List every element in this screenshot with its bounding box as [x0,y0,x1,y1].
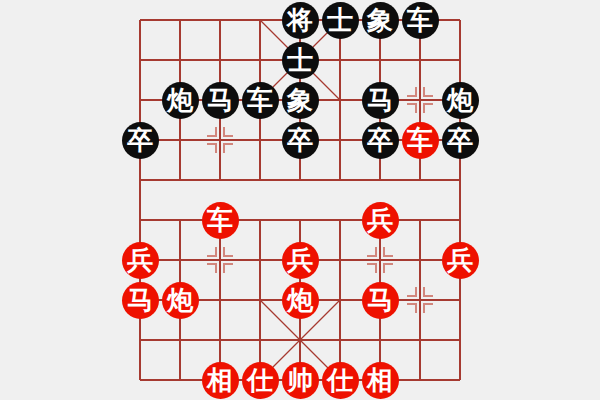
board-point-r2c2[interactable]: 马 [200,80,240,120]
board-point-r4c5[interactable] [320,160,360,200]
piece-red-soldier[interactable]: 兵 [362,202,399,239]
board-point-r5c3[interactable] [240,200,280,240]
board-point-r7c3[interactable] [240,280,280,320]
board-point-r3c3[interactable] [240,120,280,160]
board-point-r5c8[interactable] [440,200,480,240]
board-point-r6c0[interactable]: 兵 [120,240,160,280]
board-point-r8c0[interactable] [120,320,160,360]
piece-red-general[interactable]: 帅 [282,362,319,399]
board-point-r1c7[interactable] [400,40,440,80]
board-point-r3c7[interactable]: 车 [400,120,440,160]
board-point-r9c0[interactable] [120,360,160,400]
piece-black-elephant[interactable]: 象 [362,2,399,39]
board-point-r2c7[interactable] [400,80,440,120]
board-point-r7c7[interactable] [400,280,440,320]
board-point-r3c8[interactable]: 卒 [440,120,480,160]
piece-red-soldier[interactable]: 兵 [122,242,159,279]
board-point-r9c5[interactable]: 仕 [320,360,360,400]
board-point-r0c3[interactable] [240,0,280,40]
board-point-r6c3[interactable] [240,240,280,280]
board-point-r8c7[interactable] [400,320,440,360]
board-point-r6c7[interactable] [400,240,440,280]
piece-black-elephant[interactable]: 象 [282,82,319,119]
board-point-r0c4[interactable]: 将 [280,0,320,40]
piece-black-chariot[interactable]: 车 [242,82,279,119]
board-point-r1c8[interactable] [440,40,480,80]
piece-black-general[interactable]: 将 [282,2,319,39]
board-point-r1c0[interactable] [120,40,160,80]
piece-black-cannon[interactable]: 炮 [162,82,199,119]
board-point-r7c0[interactable]: 马 [120,280,160,320]
piece-red-horse[interactable]: 马 [122,282,159,319]
board-point-r3c2[interactable] [200,120,240,160]
piece-black-advisor[interactable]: 士 [282,42,319,79]
board-point-r8c4[interactable] [280,320,320,360]
board-point-r3c6[interactable]: 卒 [360,120,400,160]
board-point-r8c1[interactable] [160,320,200,360]
board-points-grid: 将士象车士炮马车象马炮卒卒卒车卒车兵兵兵兵马炮炮马相仕帅仕相 [120,0,480,400]
piece-red-cannon[interactable]: 炮 [282,282,319,319]
board-point-r6c8[interactable]: 兵 [440,240,480,280]
board-point-r9c7[interactable] [400,360,440,400]
piece-black-horse[interactable]: 马 [362,82,399,119]
piece-red-elephant[interactable]: 相 [202,362,239,399]
board-point-r8c3[interactable] [240,320,280,360]
board-point-r1c6[interactable] [360,40,400,80]
board-point-r7c2[interactable] [200,280,240,320]
board-point-r0c8[interactable] [440,0,480,40]
board-point-r2c3[interactable]: 车 [240,80,280,120]
board-point-r8c2[interactable] [200,320,240,360]
board-point-r9c3[interactable]: 仕 [240,360,280,400]
board-point-r3c5[interactable] [320,120,360,160]
piece-red-cannon[interactable]: 炮 [162,282,199,319]
piece-red-horse[interactable]: 马 [362,282,399,319]
board-point-r4c8[interactable] [440,160,480,200]
piece-red-advisor[interactable]: 仕 [322,362,359,399]
piece-black-soldier[interactable]: 卒 [362,122,399,159]
board-point-r9c1[interactable] [160,360,200,400]
board-point-r7c8[interactable] [440,280,480,320]
piece-red-elephant[interactable]: 相 [362,362,399,399]
piece-black-advisor[interactable]: 士 [322,2,359,39]
piece-red-chariot[interactable]: 车 [202,202,239,239]
piece-red-soldier[interactable]: 兵 [282,242,319,279]
board-point-r1c5[interactable] [320,40,360,80]
board-point-r0c2[interactable] [200,0,240,40]
board-point-r3c4[interactable]: 卒 [280,120,320,160]
piece-black-horse[interactable]: 马 [202,82,239,119]
piece-black-soldier[interactable]: 卒 [122,122,159,159]
board-point-r2c8[interactable]: 炮 [440,80,480,120]
board-point-r6c1[interactable] [160,240,200,280]
board-point-r1c1[interactable] [160,40,200,80]
board-point-r7c1[interactable]: 炮 [160,280,200,320]
board-point-r3c1[interactable] [160,120,200,160]
board-point-r2c6[interactable]: 马 [360,80,400,120]
board-point-r9c6[interactable]: 相 [360,360,400,400]
board-point-r5c2[interactable]: 车 [200,200,240,240]
board-point-r5c1[interactable] [160,200,200,240]
board-point-r1c4[interactable]: 士 [280,40,320,80]
piece-black-cannon[interactable]: 炮 [442,82,479,119]
board-point-r0c1[interactable] [160,0,200,40]
board-point-r4c4[interactable] [280,160,320,200]
board-point-r9c8[interactable] [440,360,480,400]
board-point-r4c3[interactable] [240,160,280,200]
board-point-r8c5[interactable] [320,320,360,360]
board-point-r2c0[interactable] [120,80,160,120]
board-point-r6c6[interactable] [360,240,400,280]
board-point-r4c7[interactable] [400,160,440,200]
piece-black-soldier[interactable]: 卒 [442,122,479,159]
board-point-r7c4[interactable]: 炮 [280,280,320,320]
board-point-r9c4[interactable]: 帅 [280,360,320,400]
board-point-r9c2[interactable]: 相 [200,360,240,400]
board-point-r7c6[interactable]: 马 [360,280,400,320]
board-point-r2c4[interactable]: 象 [280,80,320,120]
board-point-r8c6[interactable] [360,320,400,360]
app-background: 将士象车士炮马车象马炮卒卒卒车卒车兵兵兵兵马炮炮马相仕帅仕相 [0,0,600,400]
piece-red-soldier[interactable]: 兵 [442,242,479,279]
board-point-r5c0[interactable] [120,200,160,240]
board-point-r0c7[interactable]: 车 [400,0,440,40]
board-point-r5c5[interactable] [320,200,360,240]
board-point-r1c3[interactable] [240,40,280,80]
board-point-r1c2[interactable] [200,40,240,80]
board-point-r4c1[interactable] [160,160,200,200]
piece-red-chariot[interactable]: 车 [402,122,439,159]
board-point-r0c0[interactable] [120,0,160,40]
board-point-r2c5[interactable] [320,80,360,120]
board-point-r6c2[interactable] [200,240,240,280]
board-point-r4c0[interactable] [120,160,160,200]
board-point-r5c4[interactable] [280,200,320,240]
board-point-r0c6[interactable]: 象 [360,0,400,40]
board-point-r4c6[interactable] [360,160,400,200]
board-point-r4c2[interactable] [200,160,240,200]
piece-red-advisor[interactable]: 仕 [242,362,279,399]
board-point-r2c1[interactable]: 炮 [160,80,200,120]
board-point-r7c5[interactable] [320,280,360,320]
board-point-r8c8[interactable] [440,320,480,360]
board-point-r6c4[interactable]: 兵 [280,240,320,280]
board-point-r0c5[interactable]: 士 [320,0,360,40]
board-point-r3c0[interactable]: 卒 [120,120,160,160]
board-point-r6c5[interactable] [320,240,360,280]
board-point-r5c7[interactable] [400,200,440,240]
piece-black-chariot[interactable]: 车 [402,2,439,39]
piece-black-soldier[interactable]: 卒 [282,122,319,159]
xiangqi-board: 将士象车士炮马车象马炮卒卒卒车卒车兵兵兵兵马炮炮马相仕帅仕相 [0,0,600,400]
board-point-r5c6[interactable]: 兵 [360,200,400,240]
